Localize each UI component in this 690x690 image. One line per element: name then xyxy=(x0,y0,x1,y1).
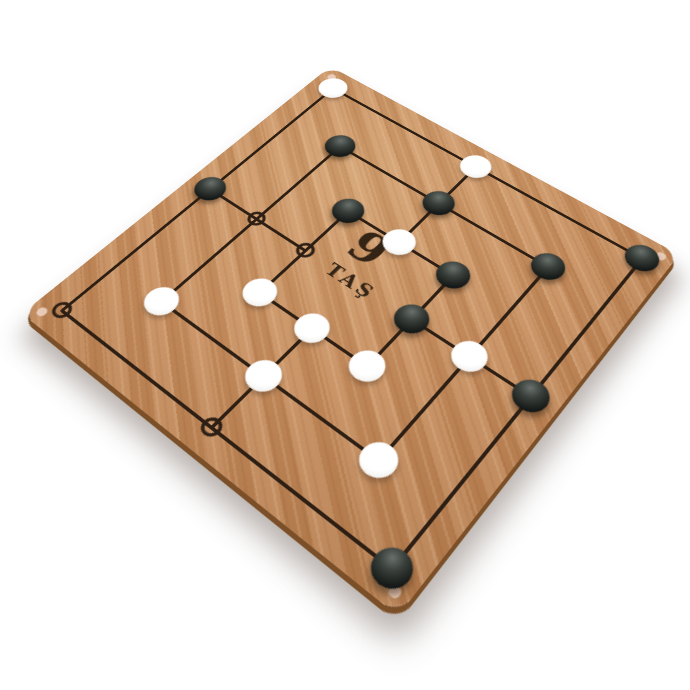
game-board: 9 TAŞ xyxy=(22,66,679,616)
photo-background: 9 TAŞ xyxy=(0,0,690,690)
corner-dot xyxy=(34,306,49,318)
